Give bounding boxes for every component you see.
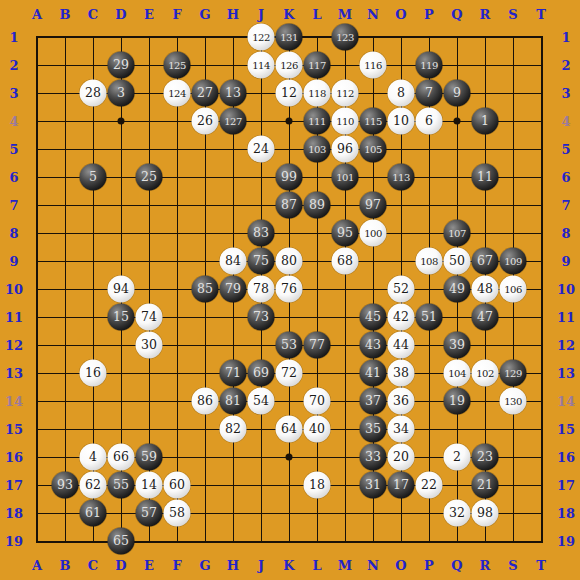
coord-label-top-N: N	[367, 8, 379, 21]
stone-C17-white-move-62: 62	[80, 472, 107, 499]
stone-J1-white-move-122: 122	[248, 24, 275, 51]
stone-M5-white-move-96: 96	[332, 136, 359, 163]
coord-label-left-2: 2	[9, 59, 18, 72]
stone-J14-white-move-54: 54	[248, 388, 275, 415]
stone-R6-black-move-11: 11	[472, 164, 499, 191]
stone-R13-white-move-102: 102	[472, 360, 499, 387]
stone-M9-white-move-68: 68	[332, 248, 359, 275]
stone-D3-black-move-3: 3	[108, 80, 135, 107]
coord-label-right-6: 6	[561, 171, 570, 184]
stone-N5-black-move-105: 105	[360, 136, 387, 163]
stone-J8-black-move-83: 83	[248, 220, 275, 247]
star-point-Q4	[454, 118, 461, 125]
stone-D17-black-move-55: 55	[108, 472, 135, 499]
coord-label-right-12: 12	[557, 339, 575, 352]
coord-label-left-1: 1	[9, 31, 18, 44]
stone-E6-black-move-25: 25	[136, 164, 163, 191]
stone-H3-black-move-13: 13	[220, 80, 247, 107]
stone-O17-black-move-17: 17	[388, 472, 415, 499]
stone-P11-black-move-51: 51	[416, 304, 443, 331]
coord-label-left-7: 7	[9, 199, 18, 212]
stone-Q9-white-move-50: 50	[444, 248, 471, 275]
stone-P17-white-move-22: 22	[416, 472, 443, 499]
coord-label-bottom-E: E	[144, 559, 154, 572]
stone-K6-black-move-99: 99	[276, 164, 303, 191]
stone-E16-black-move-59: 59	[136, 444, 163, 471]
stone-K9-white-move-80: 80	[276, 248, 303, 275]
coord-label-top-D: D	[115, 8, 126, 21]
go-board-diagram: AABBCCDDEEFFGGHHJJKKLLMMNNOOPPQQRRSSTT11…	[0, 0, 580, 580]
coord-label-left-3: 3	[9, 87, 18, 100]
stone-Q8-black-move-107: 107	[444, 220, 471, 247]
coord-label-top-L: L	[312, 8, 321, 21]
stone-H15-white-move-82: 82	[220, 416, 247, 443]
star-point-D4	[118, 118, 125, 125]
stone-O10-white-move-52: 52	[388, 276, 415, 303]
stone-L3-white-move-118: 118	[304, 80, 331, 107]
stone-D11-black-move-15: 15	[108, 304, 135, 331]
coord-label-top-O: O	[395, 8, 406, 21]
coord-label-left-12: 12	[5, 339, 23, 352]
stone-C3-white-move-28: 28	[80, 80, 107, 107]
coord-label-top-A: A	[32, 8, 42, 21]
coord-label-bottom-O: O	[395, 559, 406, 572]
stone-L7-black-move-89: 89	[304, 192, 331, 219]
stone-N11-black-move-45: 45	[360, 304, 387, 331]
stone-J5-white-move-24: 24	[248, 136, 275, 163]
stone-S14-white-move-130: 130	[500, 388, 527, 415]
stone-M1-black-move-123: 123	[332, 24, 359, 51]
stone-F18-white-move-58: 58	[164, 500, 191, 527]
stone-P4-white-move-6: 6	[416, 108, 443, 135]
coord-label-bottom-K: K	[283, 559, 294, 572]
stone-M3-white-move-112: 112	[332, 80, 359, 107]
stone-S13-black-move-129: 129	[500, 360, 527, 387]
coord-label-bottom-T: T	[536, 559, 546, 572]
coord-label-right-9: 9	[561, 255, 570, 268]
stone-H10-black-move-79: 79	[220, 276, 247, 303]
coord-label-right-1: 1	[561, 31, 570, 44]
coord-label-top-H: H	[227, 8, 239, 21]
stone-R4-black-move-1: 1	[472, 108, 499, 135]
star-point-K4	[286, 118, 293, 125]
stone-M4-white-move-110: 110	[332, 108, 359, 135]
stone-N12-black-move-43: 43	[360, 332, 387, 359]
coord-label-bottom-J: J	[258, 559, 264, 572]
coord-label-bottom-P: P	[424, 559, 434, 572]
coord-label-top-B: B	[60, 8, 71, 21]
stone-N16-black-move-33: 33	[360, 444, 387, 471]
coord-label-bottom-G: G	[199, 559, 210, 572]
coord-label-left-19: 19	[5, 535, 23, 548]
stone-K15-white-move-64: 64	[276, 416, 303, 443]
stone-H14-black-move-81: 81	[220, 388, 247, 415]
stone-K12-black-move-53: 53	[276, 332, 303, 359]
stone-N2-white-move-116: 116	[360, 52, 387, 79]
stone-N8-white-move-100: 100	[360, 220, 387, 247]
coord-label-right-4: 4	[561, 115, 570, 128]
stone-D2-black-move-29: 29	[108, 52, 135, 79]
coord-label-top-P: P	[424, 8, 434, 21]
stone-O14-white-move-36: 36	[388, 388, 415, 415]
coord-label-right-7: 7	[561, 199, 570, 212]
stone-L4-black-move-111: 111	[304, 108, 331, 135]
coord-label-left-10: 10	[5, 283, 23, 296]
stone-K2-white-move-126: 126	[276, 52, 303, 79]
stone-N13-black-move-41: 41	[360, 360, 387, 387]
coord-label-bottom-B: B	[60, 559, 71, 572]
coord-label-right-18: 18	[557, 507, 575, 520]
stone-R16-black-move-23: 23	[472, 444, 499, 471]
stone-O11-white-move-42: 42	[388, 304, 415, 331]
coord-label-top-E: E	[144, 8, 154, 21]
coord-label-left-14: 14	[5, 395, 23, 408]
stone-S9-black-move-109: 109	[500, 248, 527, 275]
stone-M8-black-move-95: 95	[332, 220, 359, 247]
coord-label-left-11: 11	[5, 311, 23, 324]
stone-H4-black-move-127: 127	[220, 108, 247, 135]
stone-J10-white-move-78: 78	[248, 276, 275, 303]
coord-label-bottom-D: D	[115, 559, 126, 572]
stone-F17-white-move-60: 60	[164, 472, 191, 499]
stone-N15-black-move-35: 35	[360, 416, 387, 443]
coord-label-right-11: 11	[557, 311, 575, 324]
stone-G14-white-move-86: 86	[192, 388, 219, 415]
stone-O13-white-move-38: 38	[388, 360, 415, 387]
stone-J13-black-move-69: 69	[248, 360, 275, 387]
stone-P9-white-move-108: 108	[416, 248, 443, 275]
stone-L5-black-move-103: 103	[304, 136, 331, 163]
stone-G3-black-move-27: 27	[192, 80, 219, 107]
coord-label-right-8: 8	[561, 227, 570, 240]
stone-R10-white-move-48: 48	[472, 276, 499, 303]
coord-label-bottom-F: F	[172, 559, 181, 572]
stone-B17-black-move-93: 93	[52, 472, 79, 499]
stone-D19-black-move-65: 65	[108, 528, 135, 555]
coord-label-right-16: 16	[557, 451, 575, 464]
stone-L12-black-move-77: 77	[304, 332, 331, 359]
stone-E12-white-move-30: 30	[136, 332, 163, 359]
coord-label-bottom-R: R	[480, 559, 491, 572]
coord-label-top-T: T	[536, 8, 546, 21]
coord-label-bottom-Q: Q	[451, 559, 462, 572]
coord-label-right-10: 10	[557, 283, 575, 296]
stone-C13-white-move-16: 16	[80, 360, 107, 387]
stone-D10-white-move-94: 94	[108, 276, 135, 303]
coord-label-right-2: 2	[561, 59, 570, 72]
stone-J2-white-move-114: 114	[248, 52, 275, 79]
stone-C16-white-move-4: 4	[80, 444, 107, 471]
stone-N17-black-move-31: 31	[360, 472, 387, 499]
stone-O4-white-move-10: 10	[388, 108, 415, 135]
stone-L17-white-move-18: 18	[304, 472, 331, 499]
coord-label-right-13: 13	[557, 367, 575, 380]
stone-K10-white-move-76: 76	[276, 276, 303, 303]
stone-S10-white-move-106: 106	[500, 276, 527, 303]
stone-J11-black-move-73: 73	[248, 304, 275, 331]
stone-P3-black-move-7: 7	[416, 80, 443, 107]
coord-label-bottom-H: H	[227, 559, 239, 572]
stone-L15-white-move-40: 40	[304, 416, 331, 443]
stone-K13-white-move-72: 72	[276, 360, 303, 387]
stone-E11-white-move-74: 74	[136, 304, 163, 331]
coord-label-top-F: F	[172, 8, 181, 21]
stone-G10-black-move-85: 85	[192, 276, 219, 303]
star-point-K16	[286, 454, 293, 461]
stone-K7-black-move-87: 87	[276, 192, 303, 219]
coord-label-right-3: 3	[561, 87, 570, 100]
stone-O12-white-move-44: 44	[388, 332, 415, 359]
stone-R17-black-move-21: 21	[472, 472, 499, 499]
coord-label-bottom-N: N	[367, 559, 379, 572]
coord-label-bottom-M: M	[338, 559, 352, 572]
coord-label-left-5: 5	[9, 143, 18, 156]
stone-H13-black-move-71: 71	[220, 360, 247, 387]
coord-label-left-4: 4	[9, 115, 18, 128]
stone-E18-black-move-57: 57	[136, 500, 163, 527]
coord-label-left-13: 13	[5, 367, 23, 380]
stone-Q16-white-move-2: 2	[444, 444, 471, 471]
coord-label-left-16: 16	[5, 451, 23, 464]
stone-R11-black-move-47: 47	[472, 304, 499, 331]
stone-N14-black-move-37: 37	[360, 388, 387, 415]
stone-N4-black-move-115: 115	[360, 108, 387, 135]
stone-Q12-black-move-39: 39	[444, 332, 471, 359]
coord-label-bottom-A: A	[32, 559, 42, 572]
coord-label-right-17: 17	[557, 479, 575, 492]
coord-label-left-6: 6	[9, 171, 18, 184]
stone-C18-black-move-61: 61	[80, 500, 107, 527]
stone-Q13-white-move-104: 104	[444, 360, 471, 387]
stone-O16-white-move-20: 20	[388, 444, 415, 471]
coord-label-left-15: 15	[5, 423, 23, 436]
stone-F2-black-move-125: 125	[164, 52, 191, 79]
stone-F3-white-move-124: 124	[164, 80, 191, 107]
coord-label-right-5: 5	[561, 143, 570, 156]
stone-P2-black-move-119: 119	[416, 52, 443, 79]
coord-label-left-18: 18	[5, 507, 23, 520]
coord-label-top-S: S	[508, 8, 517, 21]
stone-Q3-black-move-9: 9	[444, 80, 471, 107]
coord-label-top-M: M	[338, 8, 352, 21]
stone-O15-white-move-34: 34	[388, 416, 415, 443]
coord-label-right-19: 19	[557, 535, 575, 548]
stone-Q10-black-move-49: 49	[444, 276, 471, 303]
stone-O3-white-move-8: 8	[388, 80, 415, 107]
coord-label-left-8: 8	[9, 227, 18, 240]
stone-O6-black-move-113: 113	[388, 164, 415, 191]
stone-R9-black-move-67: 67	[472, 248, 499, 275]
coord-label-bottom-S: S	[508, 559, 517, 572]
coord-label-top-G: G	[199, 8, 210, 21]
coord-label-top-J: J	[258, 8, 264, 21]
stone-E17-white-move-14: 14	[136, 472, 163, 499]
coord-label-top-R: R	[480, 8, 491, 21]
stone-L2-black-move-117: 117	[304, 52, 331, 79]
coord-label-left-17: 17	[5, 479, 23, 492]
stone-R18-white-move-98: 98	[472, 500, 499, 527]
stone-Q18-white-move-32: 32	[444, 500, 471, 527]
stone-N7-black-move-97: 97	[360, 192, 387, 219]
coord-label-bottom-L: L	[312, 559, 321, 572]
stone-K3-white-move-12: 12	[276, 80, 303, 107]
stone-J9-black-move-75: 75	[248, 248, 275, 275]
stone-C6-black-move-5: 5	[80, 164, 107, 191]
stone-L14-white-move-70: 70	[304, 388, 331, 415]
coord-label-top-C: C	[88, 8, 98, 21]
stone-Q14-black-move-19: 19	[444, 388, 471, 415]
coord-label-right-14: 14	[557, 395, 575, 408]
coord-label-bottom-C: C	[88, 559, 98, 572]
coord-label-right-15: 15	[557, 423, 575, 436]
stone-H9-white-move-84: 84	[220, 248, 247, 275]
stone-D16-white-move-66: 66	[108, 444, 135, 471]
stone-K1-black-move-131: 131	[276, 24, 303, 51]
coord-label-top-Q: Q	[451, 8, 462, 21]
coord-label-left-9: 9	[9, 255, 18, 268]
stone-G4-white-move-26: 26	[192, 108, 219, 135]
stone-M6-black-move-101: 101	[332, 164, 359, 191]
coord-label-top-K: K	[283, 8, 294, 21]
